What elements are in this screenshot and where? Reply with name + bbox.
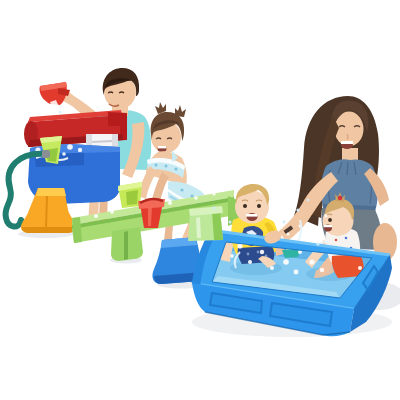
scene-illustration [0,0,400,400]
corner-bucket [188,206,223,241]
product-photo-canvas [0,0,400,400]
